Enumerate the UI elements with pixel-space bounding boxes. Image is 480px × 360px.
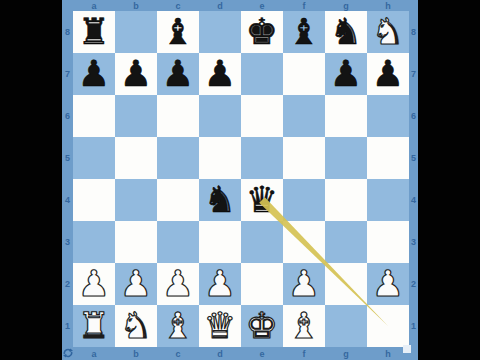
coord-label-8: 8 xyxy=(409,11,418,53)
square-g6[interactable] xyxy=(325,95,367,137)
square-e2[interactable] xyxy=(241,263,283,305)
square-h7[interactable]: ♟ xyxy=(367,53,409,95)
coord-label-h: h xyxy=(367,0,409,11)
square-b5[interactable] xyxy=(115,137,157,179)
square-f4[interactable] xyxy=(283,179,325,221)
square-c1[interactable]: ♝ xyxy=(157,305,199,347)
coord-label-e: e xyxy=(241,347,283,360)
square-a7[interactable]: ♟ xyxy=(73,53,115,95)
square-g2[interactable] xyxy=(325,263,367,305)
square-g4[interactable] xyxy=(325,179,367,221)
white-bishop[interactable]: ♝ xyxy=(162,305,194,347)
square-e5[interactable] xyxy=(241,137,283,179)
square-g7[interactable]: ♟ xyxy=(325,53,367,95)
coord-label-4: 4 xyxy=(62,179,73,221)
square-f8[interactable]: ♝ xyxy=(283,11,325,53)
coord-label-a: a xyxy=(73,0,115,11)
square-b8[interactable] xyxy=(115,11,157,53)
coord-label-8: 8 xyxy=(62,11,73,53)
square-f5[interactable] xyxy=(283,137,325,179)
square-a8[interactable]: ♜ xyxy=(73,11,115,53)
file-labels-top: abcdefgh xyxy=(73,0,409,11)
black-rook[interactable]: ♜ xyxy=(78,11,110,53)
square-b7[interactable]: ♟ xyxy=(115,53,157,95)
square-d1[interactable]: ♛ xyxy=(199,305,241,347)
coord-label-6: 6 xyxy=(62,95,73,137)
coord-label-4: 4 xyxy=(409,179,418,221)
coord-label-1: 1 xyxy=(62,305,73,347)
square-e8[interactable]: ♚ xyxy=(241,11,283,53)
square-b1[interactable]: ♞ xyxy=(115,305,157,347)
square-e1[interactable]: ♚ xyxy=(241,305,283,347)
white-knight[interactable]: ♞ xyxy=(120,305,152,347)
white-king[interactable]: ♚ xyxy=(246,305,278,347)
black-queen[interactable]: ♛ xyxy=(246,179,278,221)
coord-label-7: 7 xyxy=(62,53,73,95)
square-h6[interactable] xyxy=(367,95,409,137)
square-b4[interactable] xyxy=(115,179,157,221)
rank-labels-right: 87654321 xyxy=(409,11,418,347)
square-h8[interactable]: ♞ xyxy=(367,11,409,53)
square-d3[interactable] xyxy=(199,221,241,263)
coord-label-g: g xyxy=(325,0,367,11)
white-knight[interactable]: ♞ xyxy=(372,11,404,53)
square-h1[interactable] xyxy=(367,305,409,347)
square-g3[interactable] xyxy=(325,221,367,263)
coord-label-c: c xyxy=(157,0,199,11)
square-f1[interactable]: ♝ xyxy=(283,305,325,347)
square-b3[interactable] xyxy=(115,221,157,263)
square-d8[interactable] xyxy=(199,11,241,53)
square-d7[interactable]: ♟ xyxy=(199,53,241,95)
white-bishop[interactable]: ♝ xyxy=(288,305,320,347)
coord-label-2: 2 xyxy=(409,263,418,305)
white-pawn[interactable]: ♟ xyxy=(204,263,236,305)
board-grid: ♜♝♚♝♞♞♟♟♟♟♟♟♞♛♟♟♟♟♟♟♜♞♝♛♚♝ xyxy=(73,11,409,347)
resize-handle[interactable] xyxy=(403,345,411,353)
black-pawn[interactable]: ♟ xyxy=(78,53,110,95)
square-h2[interactable]: ♟ xyxy=(367,263,409,305)
white-rook[interactable]: ♜ xyxy=(78,305,110,347)
square-g5[interactable] xyxy=(325,137,367,179)
square-g1[interactable] xyxy=(325,305,367,347)
square-a5[interactable] xyxy=(73,137,115,179)
black-pawn[interactable]: ♟ xyxy=(372,53,404,95)
square-a1[interactable]: ♜ xyxy=(73,305,115,347)
square-b2[interactable]: ♟ xyxy=(115,263,157,305)
square-c8[interactable]: ♝ xyxy=(157,11,199,53)
square-c3[interactable] xyxy=(157,221,199,263)
square-f2[interactable]: ♟ xyxy=(283,263,325,305)
black-pawn[interactable]: ♟ xyxy=(330,53,362,95)
black-pawn[interactable]: ♟ xyxy=(204,53,236,95)
coord-label-3: 3 xyxy=(409,221,418,263)
square-g8[interactable]: ♞ xyxy=(325,11,367,53)
square-a2[interactable]: ♟ xyxy=(73,263,115,305)
coord-label-5: 5 xyxy=(62,137,73,179)
square-c2[interactable]: ♟ xyxy=(157,263,199,305)
coord-label-d: d xyxy=(199,0,241,11)
black-king[interactable]: ♚ xyxy=(246,11,278,53)
coord-label-f: f xyxy=(283,347,325,360)
coord-label-b: b xyxy=(115,347,157,360)
black-pawn[interactable]: ♟ xyxy=(120,53,152,95)
square-c7[interactable]: ♟ xyxy=(157,53,199,95)
square-e7[interactable] xyxy=(241,53,283,95)
coord-label-6: 6 xyxy=(409,95,418,137)
square-e6[interactable] xyxy=(241,95,283,137)
square-e4[interactable]: ♛ xyxy=(241,179,283,221)
square-f7[interactable] xyxy=(283,53,325,95)
square-c5[interactable] xyxy=(157,137,199,179)
square-c6[interactable] xyxy=(157,95,199,137)
square-e3[interactable] xyxy=(241,221,283,263)
square-h4[interactable] xyxy=(367,179,409,221)
coord-label-g: g xyxy=(325,347,367,360)
rank-labels-left: 87654321 xyxy=(62,11,73,347)
coord-label-5: 5 xyxy=(409,137,418,179)
square-d5[interactable] xyxy=(199,137,241,179)
coord-label-a: a xyxy=(73,347,115,360)
coord-label-f: f xyxy=(283,0,325,11)
coord-label-e: e xyxy=(241,0,283,11)
square-b6[interactable] xyxy=(115,95,157,137)
coord-label-1: 1 xyxy=(409,305,418,347)
file-labels-bottom: abcdefgh xyxy=(73,347,409,360)
square-h5[interactable] xyxy=(367,137,409,179)
coord-label-d: d xyxy=(199,347,241,360)
coord-label-c: c xyxy=(157,347,199,360)
white-queen[interactable]: ♛ xyxy=(204,305,236,347)
square-f6[interactable] xyxy=(283,95,325,137)
white-pawn[interactable]: ♟ xyxy=(288,263,320,305)
square-a3[interactable] xyxy=(73,221,115,263)
chess-board: abcdefgh 87654321 87654321 abcdefgh ♜♝♚♝… xyxy=(62,0,418,360)
square-d2[interactable]: ♟ xyxy=(199,263,241,305)
square-a4[interactable] xyxy=(73,179,115,221)
black-pawn[interactable]: ♟ xyxy=(162,53,194,95)
coord-label-7: 7 xyxy=(409,53,418,95)
square-d6[interactable] xyxy=(199,95,241,137)
square-d4[interactable]: ♞ xyxy=(199,179,241,221)
black-bishop[interactable]: ♝ xyxy=(288,11,320,53)
square-f3[interactable] xyxy=(283,221,325,263)
coord-label-2: 2 xyxy=(62,263,73,305)
white-pawn[interactable]: ♟ xyxy=(162,263,194,305)
square-h3[interactable] xyxy=(367,221,409,263)
black-knight[interactable]: ♞ xyxy=(204,179,236,221)
white-pawn[interactable]: ♟ xyxy=(78,263,110,305)
black-bishop[interactable]: ♝ xyxy=(162,11,194,53)
square-c4[interactable] xyxy=(157,179,199,221)
coord-label-b: b xyxy=(115,0,157,11)
black-knight[interactable]: ♞ xyxy=(330,11,362,53)
white-pawn[interactable]: ♟ xyxy=(372,263,404,305)
flip-board-icon[interactable] xyxy=(63,348,73,358)
coord-label-3: 3 xyxy=(62,221,73,263)
square-a6[interactable] xyxy=(73,95,115,137)
white-pawn[interactable]: ♟ xyxy=(120,263,152,305)
